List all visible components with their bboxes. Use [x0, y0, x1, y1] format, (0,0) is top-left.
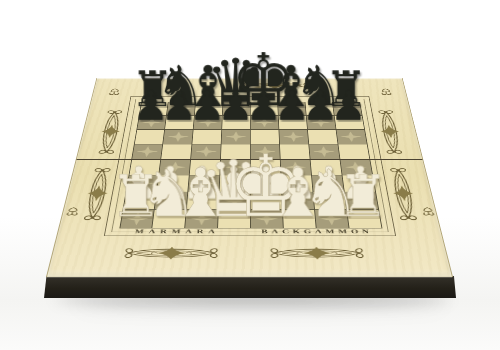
square-f1[interactable]	[283, 210, 316, 228]
square-d2[interactable]	[219, 192, 250, 209]
square-g3[interactable]	[312, 176, 344, 192]
square-c4[interactable]	[190, 160, 220, 176]
square-d4[interactable]	[220, 160, 250, 176]
square-f3[interactable]	[281, 176, 312, 192]
star-motif-icon	[130, 178, 154, 190]
star-motif-icon	[159, 194, 183, 207]
star-motif-icon	[254, 146, 275, 157]
square-b3[interactable]	[157, 176, 189, 192]
star-motif-icon	[344, 162, 367, 174]
star-motif-icon	[224, 162, 246, 174]
square-d3[interactable]	[220, 176, 250, 192]
square-g7[interactable]	[306, 116, 335, 130]
star-motif-icon	[255, 178, 277, 190]
square-b2[interactable]	[155, 192, 187, 209]
square-g1[interactable]	[315, 210, 348, 228]
star-motif-icon	[190, 212, 214, 225]
star-motif-icon	[286, 194, 310, 207]
square-d7[interactable]	[222, 116, 250, 130]
square-g4[interactable]	[310, 160, 341, 176]
star-motif-icon	[195, 146, 217, 157]
square-e7[interactable]	[251, 116, 279, 130]
board-front-edge	[44, 276, 456, 298]
square-e6[interactable]	[251, 130, 279, 144]
square-e2[interactable]	[251, 192, 282, 209]
square-c6[interactable]	[193, 130, 222, 144]
square-f5[interactable]	[280, 144, 310, 159]
star-motif-icon	[171, 104, 192, 114]
star-motif-icon	[349, 194, 374, 207]
square-c7[interactable]	[194, 116, 222, 130]
chess-grid	[119, 102, 382, 229]
star-motif-icon	[254, 117, 274, 127]
square-e8[interactable]	[251, 102, 278, 115]
square-h2[interactable]	[344, 192, 377, 209]
square-a5[interactable]	[132, 144, 163, 159]
brand-label-marmara: MARMARA	[134, 228, 219, 234]
square-e5[interactable]	[251, 144, 280, 159]
square-c3[interactable]	[188, 176, 219, 192]
star-motif-icon	[340, 131, 362, 142]
square-f2[interactable]	[282, 192, 314, 209]
square-h5[interactable]	[338, 144, 369, 159]
star-motif-icon	[164, 162, 187, 174]
corner-curl-bottom-right-icon	[418, 206, 439, 216]
star-motif-icon	[283, 131, 304, 142]
scroll-ornament-bottom-left	[122, 245, 221, 261]
square-a3[interactable]	[126, 176, 158, 192]
square-g2[interactable]	[313, 192, 346, 209]
corner-curl-bottom-left-icon	[62, 206, 83, 216]
square-d5[interactable]	[221, 144, 250, 159]
star-motif-icon	[225, 131, 246, 142]
star-motif-icon	[316, 178, 340, 190]
square-c1[interactable]	[185, 210, 218, 228]
square-b7[interactable]	[165, 116, 194, 130]
square-h7[interactable]	[334, 116, 363, 130]
square-e3[interactable]	[251, 176, 281, 192]
corner-curl-top-right-icon	[377, 88, 396, 96]
square-b1[interactable]	[153, 210, 186, 228]
star-motif-icon	[255, 212, 279, 225]
star-motif-icon	[319, 212, 344, 225]
square-a6[interactable]	[134, 130, 164, 144]
square-g6[interactable]	[308, 130, 338, 144]
square-b5[interactable]	[162, 144, 192, 159]
corner-curl-top-left-icon	[105, 88, 124, 96]
star-motif-icon	[223, 194, 246, 207]
star-motif-icon	[284, 162, 306, 174]
board-shadow-soft	[75, 298, 445, 307]
scroll-ornament-bottom-right	[268, 245, 366, 261]
square-h1[interactable]	[347, 210, 381, 228]
square-e1[interactable]	[251, 210, 283, 228]
square-b8[interactable]	[167, 102, 195, 115]
square-f4[interactable]	[281, 160, 311, 176]
square-c5[interactable]	[191, 144, 221, 159]
chess-board: MARMARA BACKGAMMON ♜♞♝♛♚♝♞♜♟♟♟♟♟♟♟♟♟♟♟♟♟…	[46, 78, 453, 277]
star-motif-icon	[313, 146, 335, 157]
square-h4[interactable]	[340, 160, 372, 176]
star-motif-icon	[124, 212, 149, 225]
star-motif-icon	[336, 104, 357, 114]
square-f7[interactable]	[279, 116, 307, 130]
square-g8[interactable]	[305, 102, 333, 115]
square-d8[interactable]	[223, 102, 250, 115]
star-motif-icon	[167, 131, 189, 142]
front-edge-bevel	[47, 269, 452, 278]
star-motif-icon	[226, 104, 246, 114]
star-motif-icon	[136, 146, 159, 157]
square-h3[interactable]	[342, 176, 374, 192]
square-b6[interactable]	[163, 130, 192, 144]
square-f6[interactable]	[279, 130, 308, 144]
square-a7[interactable]	[137, 116, 166, 130]
square-b4[interactable]	[159, 160, 190, 176]
square-a2[interactable]	[123, 192, 156, 209]
brand-label-backgammon: BACKGAMMON	[261, 228, 373, 234]
square-d1[interactable]	[218, 210, 250, 228]
star-motif-icon	[281, 104, 301, 114]
square-a1[interactable]	[120, 210, 154, 228]
star-motif-icon	[310, 117, 331, 127]
star-motif-icon	[193, 178, 216, 190]
square-c2[interactable]	[187, 192, 219, 209]
scroll-ornament-top-center	[208, 81, 342, 90]
photo-stage: MARMARA BACKGAMMON ♜♞♝♛♚♝♞♜♟♟♟♟♟♟♟♟♟♟♟♟♟…	[0, 0, 500, 350]
square-a8[interactable]	[139, 102, 168, 115]
square-e4[interactable]	[251, 160, 281, 176]
square-h8[interactable]	[333, 102, 362, 115]
square-c8[interactable]	[195, 102, 223, 115]
square-f8[interactable]	[278, 102, 306, 115]
square-a4[interactable]	[129, 160, 161, 176]
square-d6[interactable]	[222, 130, 250, 144]
star-motif-icon	[141, 117, 163, 127]
star-motif-icon	[198, 117, 219, 127]
square-g5[interactable]	[309, 144, 339, 159]
square-h6[interactable]	[336, 130, 366, 144]
